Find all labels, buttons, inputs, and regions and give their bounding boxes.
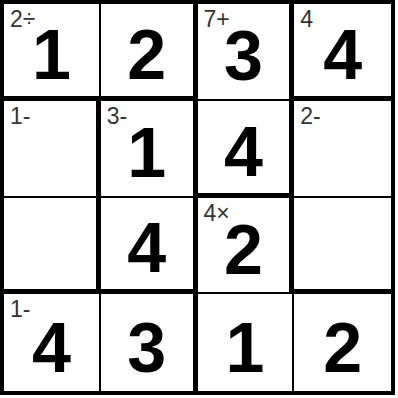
cage-clue: 4× [204,201,230,226]
cell-r0c0[interactable]: 2÷1 [4,4,101,101]
cell-value: 4 [224,117,263,187]
cell-value: 3 [224,21,263,91]
cell-value: 3 [127,313,166,383]
cell-r1c1[interactable]: 3-1 [101,101,198,198]
cell-value: 4 [323,20,362,90]
cell-r1c0[interactable]: 1- [4,101,101,198]
kenken-board: 2÷127+3441-3-142-44×21-4312 [0,0,395,395]
cell-value: 4 [32,313,71,383]
cage-clue: 4 [300,7,313,32]
cell-r2c3[interactable] [294,198,391,295]
cell-value: 2 [323,313,362,383]
cell-r3c3[interactable]: 2 [294,294,391,391]
cell-value: 4 [127,213,166,283]
cell-r1c2[interactable]: 4 [198,101,295,198]
cell-r0c3[interactable]: 44 [294,4,391,101]
cage-clue: 2- [300,104,320,129]
cell-r0c2[interactable]: 7+3 [198,4,295,101]
cell-r0c1[interactable]: 2 [101,4,198,101]
cage-clue: 2÷ [10,7,35,32]
cell-r3c0[interactable]: 1-4 [4,294,101,391]
cell-r2c1[interactable]: 4 [101,198,198,295]
cage-clue: 1- [10,297,30,322]
cage-clue: 7+ [204,7,230,32]
cell-r2c0[interactable] [4,198,101,295]
cell-value: 1 [225,313,264,383]
cell-value: 1 [32,20,71,90]
cell-r3c1[interactable]: 3 [101,294,198,391]
cell-value: 2 [127,20,166,90]
cell-r1c3[interactable]: 2- [294,101,391,198]
cage-clue: 3- [107,104,127,129]
cell-value: 1 [127,118,166,188]
cell-value: 2 [224,215,263,285]
cell-r2c2[interactable]: 4×2 [198,198,295,295]
cell-r3c2[interactable]: 1 [198,294,295,391]
cage-clue: 1- [10,104,30,129]
